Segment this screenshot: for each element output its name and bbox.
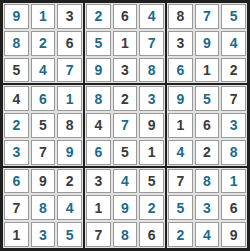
cell-r1c5[interactable]: 6 [113,4,138,29]
cell-r3c7[interactable]: 6 [168,58,193,83]
cell-r9c2[interactable]: 3 [31,222,56,247]
cell-r8c1[interactable]: 7 [4,195,29,220]
cell-r7c9[interactable]: 1 [221,169,246,194]
cell-r7c3[interactable]: 2 [57,169,82,194]
cell-r9c9[interactable]: 9 [221,222,246,247]
cell-r1c7[interactable]: 8 [168,4,193,29]
block-5: 823479651 [84,84,166,166]
cell-r6c2[interactable]: 7 [31,140,56,165]
cell-r9c6[interactable]: 6 [139,222,164,247]
cell-r3c6[interactable]: 8 [139,58,164,83]
cell-r5c1[interactable]: 2 [4,113,29,138]
cell-r9c8[interactable]: 4 [195,222,220,247]
cell-r9c3[interactable]: 5 [57,222,82,247]
cell-r7c2[interactable]: 9 [31,169,56,194]
cell-r3c5[interactable]: 3 [113,58,138,83]
cell-r3c2[interactable]: 4 [31,58,56,83]
block-4: 461258379 [2,84,84,166]
cell-r3c9[interactable]: 2 [221,58,246,83]
cell-r1c9[interactable]: 5 [221,4,246,29]
cell-r2c3[interactable]: 6 [57,31,82,56]
block-9: 781536249 [166,167,248,249]
cell-r3c3[interactable]: 7 [57,58,82,83]
cell-r3c8[interactable]: 1 [195,58,220,83]
cell-r5c6[interactable]: 9 [139,113,164,138]
cell-r4c2[interactable]: 6 [31,86,56,111]
cell-r9c4[interactable]: 7 [86,222,111,247]
cell-r5c2[interactable]: 5 [31,113,56,138]
cell-r5c9[interactable]: 3 [221,113,246,138]
cell-r8c2[interactable]: 8 [31,195,56,220]
cell-r1c2[interactable]: 1 [31,4,56,29]
cell-r4c1[interactable]: 4 [4,86,29,111]
block-3: 875394612 [166,2,248,84]
block-7: 692784135 [2,167,84,249]
cell-r8c5[interactable]: 9 [113,195,138,220]
cell-r5c4[interactable]: 4 [86,113,111,138]
cell-r1c1[interactable]: 9 [4,4,29,29]
cell-r1c8[interactable]: 7 [195,4,220,29]
cell-r2c2[interactable]: 2 [31,31,56,56]
cell-r4c5[interactable]: 2 [113,86,138,111]
block-2: 264517938 [84,2,166,84]
cell-r4c9[interactable]: 7 [221,86,246,111]
cell-r5c7[interactable]: 1 [168,113,193,138]
cell-r2c1[interactable]: 8 [4,31,29,56]
cell-r7c4[interactable]: 3 [86,169,111,194]
cell-r4c4[interactable]: 8 [86,86,111,111]
cell-r9c5[interactable]: 8 [113,222,138,247]
cell-r4c3[interactable]: 1 [57,86,82,111]
cell-r8c8[interactable]: 3 [195,195,220,220]
sudoku-board: 9138265472645179388753946124612583798234… [0,0,250,251]
cell-r2c7[interactable]: 3 [168,31,193,56]
cell-r3c4[interactable]: 9 [86,58,111,83]
cell-r4c6[interactable]: 3 [139,86,164,111]
cell-r6c1[interactable]: 3 [4,140,29,165]
cell-r9c7[interactable]: 2 [168,222,193,247]
cell-r5c8[interactable]: 6 [195,113,220,138]
block-8: 345192786 [84,167,166,249]
cell-r6c3[interactable]: 9 [57,140,82,165]
cell-r4c7[interactable]: 9 [168,86,193,111]
cell-r2c4[interactable]: 5 [86,31,111,56]
cell-r9c1[interactable]: 1 [4,222,29,247]
cell-r1c4[interactable]: 2 [86,4,111,29]
cell-r8c9[interactable]: 6 [221,195,246,220]
cell-r6c5[interactable]: 5 [113,140,138,165]
cell-r6c4[interactable]: 6 [86,140,111,165]
cell-r8c6[interactable]: 2 [139,195,164,220]
cell-r2c8[interactable]: 9 [195,31,220,56]
cell-r6c9[interactable]: 8 [221,140,246,165]
cell-r2c6[interactable]: 7 [139,31,164,56]
cell-r7c5[interactable]: 4 [113,169,138,194]
cell-r8c7[interactable]: 5 [168,195,193,220]
block-1: 913826547 [2,2,84,84]
block-6: 957163428 [166,84,248,166]
cell-r8c3[interactable]: 4 [57,195,82,220]
cell-r2c9[interactable]: 4 [221,31,246,56]
cell-r6c8[interactable]: 2 [195,140,220,165]
cell-r7c1[interactable]: 6 [4,169,29,194]
cell-r2c5[interactable]: 1 [113,31,138,56]
cell-r7c8[interactable]: 8 [195,169,220,194]
cell-r8c4[interactable]: 1 [86,195,111,220]
cell-r6c6[interactable]: 1 [139,140,164,165]
cell-r7c7[interactable]: 7 [168,169,193,194]
cell-r6c7[interactable]: 4 [168,140,193,165]
cell-r7c6[interactable]: 5 [139,169,164,194]
cell-r1c6[interactable]: 4 [139,4,164,29]
cell-r1c3[interactable]: 3 [57,4,82,29]
cell-r4c8[interactable]: 5 [195,86,220,111]
cell-r3c1[interactable]: 5 [4,58,29,83]
cell-r5c3[interactable]: 8 [57,113,82,138]
cell-r5c5[interactable]: 7 [113,113,138,138]
